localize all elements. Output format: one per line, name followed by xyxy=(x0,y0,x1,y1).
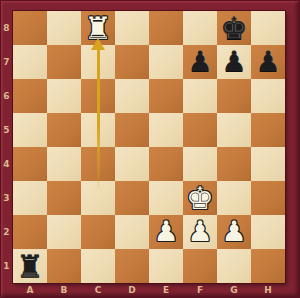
file-label-B: B xyxy=(47,283,81,298)
rank-label-5: 5 xyxy=(0,125,13,135)
square-a6[interactable] xyxy=(13,79,47,113)
square-d1[interactable] xyxy=(115,249,149,283)
square-g7[interactable]: ♟ xyxy=(217,45,251,79)
square-b1[interactable] xyxy=(47,249,81,283)
rank-label-1: 1 xyxy=(0,261,13,271)
square-g8[interactable]: ♚ xyxy=(217,11,251,45)
rank-label-8: 8 xyxy=(0,23,13,33)
black-pawn[interactable]: ♟ xyxy=(255,45,280,79)
file-label-A: A xyxy=(13,283,47,298)
file-label-H: H xyxy=(251,283,285,298)
square-h5[interactable] xyxy=(251,113,285,147)
square-e5[interactable] xyxy=(149,113,183,147)
black-king[interactable]: ♚ xyxy=(220,11,248,45)
rank-label-6: 6 xyxy=(0,91,13,101)
black-pawn[interactable]: ♟ xyxy=(187,45,212,79)
chess-board[interactable]: ♜♚♟♟♟♚♟♟♟♜ xyxy=(13,11,285,283)
square-e7[interactable] xyxy=(149,45,183,79)
square-a7[interactable] xyxy=(13,45,47,79)
square-f3[interactable]: ♚ xyxy=(183,181,217,215)
square-b3[interactable] xyxy=(47,181,81,215)
square-a8[interactable] xyxy=(13,11,47,45)
square-h8[interactable] xyxy=(251,11,285,45)
rank-label-3: 3 xyxy=(0,193,13,203)
square-h2[interactable] xyxy=(251,215,285,249)
rank-label-2: 2 xyxy=(0,227,13,237)
square-h3[interactable] xyxy=(251,181,285,215)
square-e8[interactable] xyxy=(149,11,183,45)
square-f6[interactable] xyxy=(183,79,217,113)
square-b5[interactable] xyxy=(47,113,81,147)
square-d3[interactable] xyxy=(115,181,149,215)
rank-label-7: 7 xyxy=(0,57,13,67)
square-d2[interactable] xyxy=(115,215,149,249)
white-pawn[interactable]: ♟ xyxy=(221,215,246,249)
file-label-C: C xyxy=(81,283,115,298)
square-b2[interactable] xyxy=(47,215,81,249)
square-b6[interactable] xyxy=(47,79,81,113)
white-pawn[interactable]: ♟ xyxy=(187,215,212,249)
black-pawn[interactable]: ♟ xyxy=(221,45,246,79)
square-d6[interactable] xyxy=(115,79,149,113)
square-g4[interactable] xyxy=(217,147,251,181)
black-rook[interactable]: ♜ xyxy=(16,249,44,283)
square-g3[interactable] xyxy=(217,181,251,215)
square-a3[interactable] xyxy=(13,181,47,215)
square-h1[interactable] xyxy=(251,249,285,283)
square-f1[interactable] xyxy=(183,249,217,283)
square-d5[interactable] xyxy=(115,113,149,147)
square-h4[interactable] xyxy=(251,147,285,181)
square-f4[interactable] xyxy=(183,147,217,181)
white-king[interactable]: ♚ xyxy=(186,181,214,215)
square-g1[interactable] xyxy=(217,249,251,283)
square-a1[interactable]: ♜ xyxy=(13,249,47,283)
square-h7[interactable]: ♟ xyxy=(251,45,285,79)
file-label-G: G xyxy=(217,283,251,298)
square-f8[interactable] xyxy=(183,11,217,45)
square-d4[interactable] xyxy=(115,147,149,181)
arrow-line xyxy=(97,49,100,193)
square-h6[interactable] xyxy=(251,79,285,113)
square-c2[interactable] xyxy=(81,215,115,249)
square-a2[interactable] xyxy=(13,215,47,249)
square-e1[interactable] xyxy=(149,249,183,283)
square-e6[interactable] xyxy=(149,79,183,113)
square-g2[interactable]: ♟ xyxy=(217,215,251,249)
square-e2[interactable]: ♟ xyxy=(149,215,183,249)
square-g6[interactable] xyxy=(217,79,251,113)
square-f7[interactable]: ♟ xyxy=(183,45,217,79)
square-g5[interactable] xyxy=(217,113,251,147)
square-b7[interactable] xyxy=(47,45,81,79)
white-pawn[interactable]: ♟ xyxy=(153,215,178,249)
square-b8[interactable] xyxy=(47,11,81,45)
square-a4[interactable] xyxy=(13,147,47,181)
file-label-D: D xyxy=(115,283,149,298)
square-a5[interactable] xyxy=(13,113,47,147)
chess-diagram: ♜♚♟♟♟♚♟♟♟♜ 87654321ABCDEFGH xyxy=(0,0,300,298)
square-d8[interactable] xyxy=(115,11,149,45)
square-f2[interactable]: ♟ xyxy=(183,215,217,249)
file-label-E: E xyxy=(149,283,183,298)
file-label-F: F xyxy=(183,283,217,298)
square-e3[interactable] xyxy=(149,181,183,215)
square-b4[interactable] xyxy=(47,147,81,181)
square-e4[interactable] xyxy=(149,147,183,181)
square-f5[interactable] xyxy=(183,113,217,147)
rank-label-4: 4 xyxy=(0,159,13,169)
square-c1[interactable] xyxy=(81,249,115,283)
square-d7[interactable] xyxy=(115,45,149,79)
